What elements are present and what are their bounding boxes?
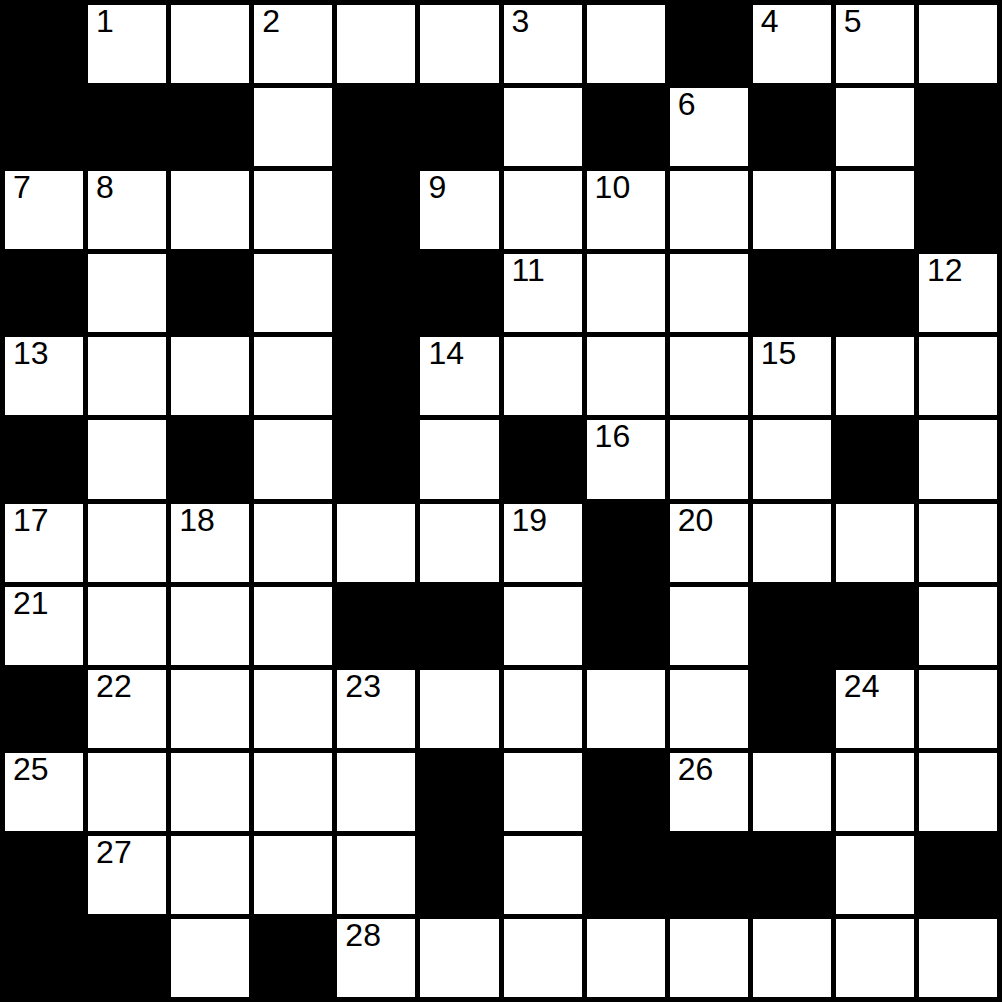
cell-r1c6[interactable] (504, 88, 582, 166)
clue-number-14: 14 (428, 337, 464, 369)
clue-number-16: 16 (595, 420, 631, 452)
cell-r11c10[interactable] (836, 919, 914, 997)
cell-r8c10[interactable]: 24 (836, 670, 914, 748)
clue-number-7: 7 (13, 171, 31, 203)
black-cell-r0c0 (5, 5, 83, 83)
cell-r6c0[interactable]: 17 (5, 504, 83, 582)
black-cell-r3c4 (337, 254, 415, 332)
cell-r1c3[interactable] (254, 88, 332, 166)
cell-r3c8[interactable] (670, 254, 748, 332)
cell-r9c4[interactable] (337, 753, 415, 831)
black-cell-r7c10 (836, 587, 914, 665)
cell-r4c1[interactable] (88, 337, 166, 415)
clue-number-1: 1 (96, 5, 114, 37)
black-cell-r7c7 (587, 587, 665, 665)
cell-r4c8[interactable] (670, 337, 748, 415)
cell-r0c4[interactable] (337, 5, 415, 83)
black-cell-r10c9 (753, 836, 831, 914)
clue-number-20: 20 (678, 504, 714, 536)
cell-r3c6[interactable]: 11 (504, 254, 582, 332)
black-cell-r3c2 (171, 254, 249, 332)
cell-r9c2[interactable] (171, 753, 249, 831)
cell-r8c1[interactable]: 22 (88, 670, 166, 748)
cell-r2c0[interactable]: 7 (5, 171, 83, 249)
cell-r9c8[interactable]: 26 (670, 753, 748, 831)
black-cell-r7c4 (337, 587, 415, 665)
black-cell-r7c5 (420, 587, 498, 665)
cell-r9c11[interactable] (919, 753, 997, 831)
cell-r5c8[interactable] (670, 420, 748, 498)
cell-r11c6[interactable] (504, 919, 582, 997)
clue-number-26: 26 (678, 753, 714, 785)
cell-r8c2[interactable] (171, 670, 249, 748)
cell-r2c9[interactable] (753, 171, 831, 249)
cell-r4c10[interactable] (836, 337, 914, 415)
cell-r11c4[interactable]: 28 (337, 919, 415, 997)
black-cell-r11c3 (254, 919, 332, 997)
clue-number-8: 8 (96, 171, 114, 203)
cell-r5c11[interactable] (919, 420, 997, 498)
cell-r2c8[interactable] (670, 171, 748, 249)
cell-r3c7[interactable] (587, 254, 665, 332)
clue-number-4: 4 (761, 5, 779, 37)
cell-r0c7[interactable] (587, 5, 665, 83)
cell-r3c11[interactable]: 12 (919, 254, 997, 332)
cell-r4c5[interactable]: 14 (420, 337, 498, 415)
cell-r2c3[interactable] (254, 171, 332, 249)
cell-r1c10[interactable] (836, 88, 914, 166)
cell-r8c7[interactable] (587, 670, 665, 748)
clue-number-18: 18 (179, 504, 215, 536)
cell-r6c3[interactable] (254, 504, 332, 582)
clue-number-28: 28 (345, 919, 381, 951)
cell-r0c11[interactable] (919, 5, 997, 83)
cell-r0c3[interactable]: 2 (254, 5, 332, 83)
black-cell-r0c8 (670, 5, 748, 83)
clue-number-11: 11 (512, 254, 545, 286)
clue-number-22: 22 (96, 670, 132, 702)
cell-r2c7[interactable]: 10 (587, 171, 665, 249)
cell-r3c1[interactable] (88, 254, 166, 332)
black-cell-r5c4 (337, 420, 415, 498)
cell-r11c8[interactable] (670, 919, 748, 997)
cell-r10c1[interactable]: 27 (88, 836, 166, 914)
black-cell-r11c1 (88, 919, 166, 997)
cell-r11c7[interactable] (587, 919, 665, 997)
cell-r4c11[interactable] (919, 337, 997, 415)
black-cell-r1c0 (5, 88, 83, 166)
cell-r11c11[interactable] (919, 919, 997, 997)
cell-r10c2[interactable] (171, 836, 249, 914)
black-cell-r10c7 (587, 836, 665, 914)
cell-r4c0[interactable]: 13 (5, 337, 83, 415)
cell-r2c1[interactable]: 8 (88, 171, 166, 249)
cell-r9c1[interactable] (88, 753, 166, 831)
black-cell-r10c11 (919, 836, 997, 914)
clue-number-5: 5 (844, 5, 862, 37)
crossword-board: 1234567891011121314151617181920212223242… (0, 0, 1002, 1002)
cell-r7c11[interactable] (919, 587, 997, 665)
cell-r2c10[interactable] (836, 171, 914, 249)
cell-r6c9[interactable] (753, 504, 831, 582)
cell-r0c10[interactable]: 5 (836, 5, 914, 83)
cell-r4c7[interactable] (587, 337, 665, 415)
cell-r6c8[interactable]: 20 (670, 504, 748, 582)
black-cell-r8c0 (5, 670, 83, 748)
black-cell-r1c1 (88, 88, 166, 166)
cell-r0c1[interactable]: 1 (88, 5, 166, 83)
black-cell-r2c11 (919, 171, 997, 249)
cell-r0c9[interactable]: 4 (753, 5, 831, 83)
cell-r5c1[interactable] (88, 420, 166, 498)
cell-r2c5[interactable]: 9 (420, 171, 498, 249)
cell-r10c10[interactable] (836, 836, 914, 914)
clue-number-15: 15 (761, 337, 797, 369)
cell-r7c8[interactable] (670, 587, 748, 665)
cell-r9c0[interactable]: 25 (5, 753, 83, 831)
cell-r7c2[interactable] (171, 587, 249, 665)
cell-r8c6[interactable] (504, 670, 582, 748)
black-cell-r1c7 (587, 88, 665, 166)
black-cell-r5c2 (171, 420, 249, 498)
cell-r8c8[interactable] (670, 670, 748, 748)
clue-number-13: 13 (13, 337, 49, 369)
cell-r10c4[interactable] (337, 836, 415, 914)
black-cell-r4c4 (337, 337, 415, 415)
black-cell-r10c5 (420, 836, 498, 914)
black-cell-r3c0 (5, 254, 83, 332)
cell-r10c6[interactable] (504, 836, 582, 914)
clue-number-17: 17 (13, 504, 49, 536)
black-cell-r10c8 (670, 836, 748, 914)
cell-r4c9[interactable]: 15 (753, 337, 831, 415)
cell-r4c3[interactable] (254, 337, 332, 415)
black-cell-r11c0 (5, 919, 83, 997)
cell-r9c9[interactable] (753, 753, 831, 831)
cell-r2c6[interactable] (504, 171, 582, 249)
black-cell-r3c5 (420, 254, 498, 332)
black-cell-r5c6 (504, 420, 582, 498)
cell-r5c3[interactable] (254, 420, 332, 498)
cell-r8c4[interactable]: 23 (337, 670, 415, 748)
clue-number-12: 12 (927, 254, 963, 286)
clue-number-19: 19 (512, 504, 548, 536)
black-cell-r2c4 (337, 171, 415, 249)
cell-r7c3[interactable] (254, 587, 332, 665)
cell-r6c11[interactable] (919, 504, 997, 582)
clue-number-3: 3 (512, 5, 530, 37)
clue-number-24: 24 (844, 670, 880, 702)
clue-number-25: 25 (13, 753, 49, 785)
cell-r11c9[interactable] (753, 919, 831, 997)
cell-r8c3[interactable] (254, 670, 332, 748)
clue-number-6: 6 (678, 88, 696, 120)
cell-r4c6[interactable] (504, 337, 582, 415)
clue-number-9: 9 (428, 171, 446, 203)
cell-r7c1[interactable] (88, 587, 166, 665)
cell-r3c3[interactable] (254, 254, 332, 332)
cell-r0c5[interactable] (420, 5, 498, 83)
black-cell-r3c10 (836, 254, 914, 332)
cell-r5c9[interactable] (753, 420, 831, 498)
black-cell-r1c9 (753, 88, 831, 166)
clue-number-2: 2 (262, 5, 280, 37)
cell-r9c10[interactable] (836, 753, 914, 831)
cell-r11c2[interactable] (171, 919, 249, 997)
cell-r7c0[interactable]: 21 (5, 587, 83, 665)
cell-r6c2[interactable]: 18 (171, 504, 249, 582)
clue-number-10: 10 (595, 171, 631, 203)
clue-number-23: 23 (345, 670, 381, 702)
black-cell-r9c7 (587, 753, 665, 831)
cell-r5c7[interactable]: 16 (587, 420, 665, 498)
black-cell-r10c0 (5, 836, 83, 914)
cell-r6c10[interactable] (836, 504, 914, 582)
clue-number-21: 21 (13, 587, 49, 619)
black-cell-r1c4 (337, 88, 415, 166)
cell-r4c2[interactable] (171, 337, 249, 415)
cell-r11c5[interactable] (420, 919, 498, 997)
cell-r6c6[interactable]: 19 (504, 504, 582, 582)
cell-r10c3[interactable] (254, 836, 332, 914)
black-cell-r3c9 (753, 254, 831, 332)
cell-r6c5[interactable] (420, 504, 498, 582)
black-cell-r1c5 (420, 88, 498, 166)
cell-r6c1[interactable] (88, 504, 166, 582)
black-cell-r5c0 (5, 420, 83, 498)
cell-r9c3[interactable] (254, 753, 332, 831)
black-cell-r1c2 (171, 88, 249, 166)
cell-r9c6[interactable] (504, 753, 582, 831)
cell-r0c2[interactable] (171, 5, 249, 83)
cell-r5c5[interactable] (420, 420, 498, 498)
cell-r8c11[interactable] (919, 670, 997, 748)
cell-r2c2[interactable] (171, 171, 249, 249)
black-cell-r6c7 (587, 504, 665, 582)
black-cell-r5c10 (836, 420, 914, 498)
cell-r8c5[interactable] (420, 670, 498, 748)
black-cell-r9c5 (420, 753, 498, 831)
clue-number-27: 27 (96, 836, 132, 868)
black-cell-r7c9 (753, 587, 831, 665)
cell-r1c8[interactable]: 6 (670, 88, 748, 166)
black-cell-r8c9 (753, 670, 831, 748)
cell-r0c6[interactable]: 3 (504, 5, 582, 83)
black-cell-r1c11 (919, 88, 997, 166)
cell-r7c6[interactable] (504, 587, 582, 665)
cell-r6c4[interactable] (337, 504, 415, 582)
